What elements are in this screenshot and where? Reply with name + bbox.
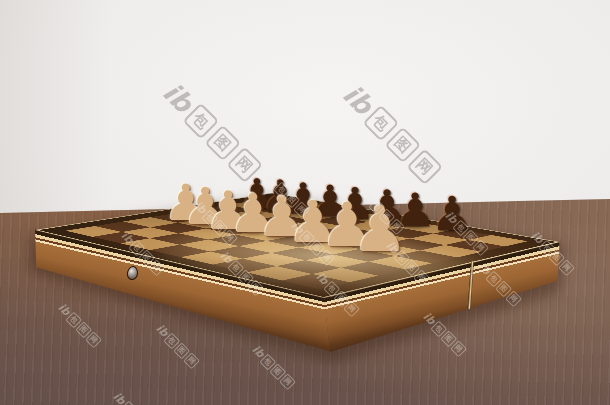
white-pawn-8[interactable]: ♟: [349, 198, 412, 261]
black-pawn-8[interactable]: ♟: [429, 190, 476, 237]
photo-scene: ♟♟♟♟♟♟♟♟♟♟♟♟♟♟♟♟ ib包图网ib包图网ib包图网ib包图网ib包…: [0, 0, 610, 405]
